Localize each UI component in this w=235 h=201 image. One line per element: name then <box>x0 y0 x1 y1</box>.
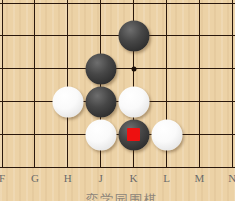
grid-line-col-M <box>199 0 200 168</box>
grid-line-col-H <box>67 0 68 168</box>
white-stone-j2[interactable] <box>85 119 116 150</box>
watermark-text: 弈学园围棋 <box>86 191 159 201</box>
star-point-k4 <box>131 66 136 71</box>
coord-label-N: N <box>228 171 235 185</box>
black-stone-j3[interactable] <box>85 86 116 117</box>
grid-line-col-F <box>2 0 3 168</box>
coord-label-M: M <box>195 171 205 185</box>
grid-line-col-N <box>232 0 233 168</box>
last-move-marker <box>127 128 140 141</box>
coord-label-K: K <box>130 171 138 185</box>
coord-label-F: F <box>0 171 5 185</box>
white-stone-k3[interactable] <box>118 86 149 117</box>
go-board[interactable]: FGHJKLMN 弈学园围棋 <box>0 0 235 201</box>
coord-label-L: L <box>163 171 170 185</box>
grid-line-row-6 <box>0 3 235 4</box>
black-stone-j4[interactable] <box>85 53 116 84</box>
grid-line-row-1 <box>0 167 235 168</box>
coord-label-J: J <box>99 171 103 185</box>
grid-line-col-G <box>34 0 35 168</box>
grid-line-row-4 <box>0 68 235 69</box>
black-stone-k5[interactable] <box>118 20 149 51</box>
coord-label-H: H <box>64 171 72 185</box>
white-stone-l2[interactable] <box>151 119 182 150</box>
black-stone-k2[interactable] <box>118 119 149 150</box>
coord-label-G: G <box>31 171 39 185</box>
white-stone-h3[interactable] <box>52 86 83 117</box>
